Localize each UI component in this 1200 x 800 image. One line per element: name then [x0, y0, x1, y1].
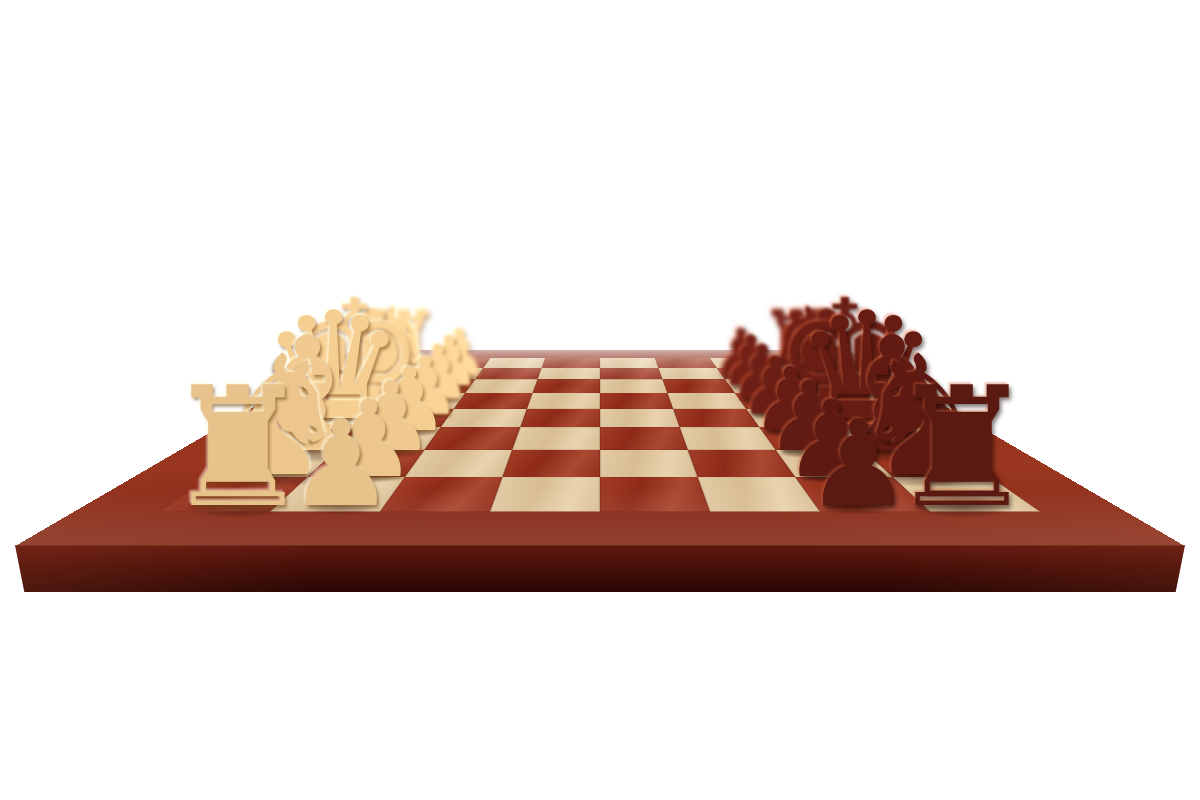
piece-black-pawn-a7[interactable]: ♟ — [805, 405, 912, 524]
square-h5[interactable] — [600, 358, 658, 368]
square-b5[interactable] — [600, 450, 698, 477]
square-a4[interactable] — [490, 477, 600, 511]
square-f5[interactable] — [600, 379, 667, 392]
square-g4[interactable] — [537, 368, 600, 380]
square-h6[interactable] — [655, 358, 717, 368]
square-b4[interactable] — [502, 450, 600, 477]
chess-photo-scene: ♜♟♜♟♞♟♞♟♝♟♝♟♚♟♚♟♛♟♛♟♝♟♝♟♞♟♞♟♜♟♜♟ — [0, 0, 1200, 800]
piece-white-pawn-a2[interactable]: ♟ — [288, 405, 395, 524]
square-g5[interactable] — [600, 368, 663, 380]
square-c5[interactable] — [600, 427, 688, 449]
square-d4[interactable] — [520, 409, 600, 428]
square-c4[interactable] — [512, 427, 600, 449]
square-f4[interactable] — [533, 379, 600, 392]
square-h3[interactable] — [483, 358, 545, 368]
square-d5[interactable] — [600, 409, 680, 428]
square-a5[interactable] — [600, 477, 710, 511]
square-e5[interactable] — [600, 393, 673, 409]
board-front-edge — [15, 545, 1185, 592]
square-h4[interactable] — [542, 358, 600, 368]
square-e4[interactable] — [527, 393, 600, 409]
